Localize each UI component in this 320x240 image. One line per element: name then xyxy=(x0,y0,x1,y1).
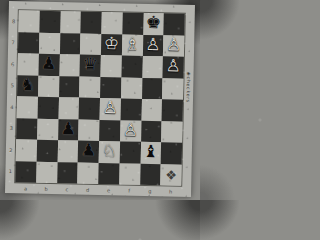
rank-label-3: 3 xyxy=(6,118,16,140)
square-g7[interactable]: ♙ xyxy=(142,34,163,56)
rank-label-6: 6 xyxy=(7,53,17,75)
rank-label-2: 2 xyxy=(6,139,16,161)
square-f2[interactable] xyxy=(119,141,140,163)
file-label-h: h xyxy=(160,186,181,196)
piece-black-king[interactable]: ♚ xyxy=(146,14,162,31)
square-f6[interactable] xyxy=(121,55,142,77)
square-h2[interactable] xyxy=(161,142,182,164)
square-e6[interactable] xyxy=(100,55,121,77)
square-a7[interactable] xyxy=(18,32,39,54)
square-b8[interactable] xyxy=(39,11,60,33)
square-f1[interactable] xyxy=(119,163,140,185)
square-d1[interactable] xyxy=(77,162,98,184)
chess-board: ♚♔♗♙♙♟♛♙♞♙♟♙♟♘♝❖ abcdefgh 87654321 ◉chec… xyxy=(5,1,195,197)
piece-white-knight[interactable]: ♘ xyxy=(101,142,117,159)
square-h3[interactable] xyxy=(161,121,182,143)
square-h1[interactable]: ❖ xyxy=(160,164,181,186)
piece-black-pawn[interactable]: ♟ xyxy=(60,120,76,137)
square-b5[interactable] xyxy=(38,75,59,97)
square-g2[interactable]: ♝ xyxy=(140,142,161,164)
file-label-d: d xyxy=(77,185,98,195)
square-d4[interactable] xyxy=(79,98,100,120)
square-d2[interactable]: ♟ xyxy=(78,141,99,163)
square-e4[interactable]: ♙ xyxy=(100,98,121,120)
square-g6[interactable] xyxy=(142,56,163,78)
square-c8[interactable] xyxy=(60,11,81,33)
square-a6[interactable] xyxy=(17,53,38,75)
piece-white-pawn[interactable]: ♙ xyxy=(145,36,161,53)
square-b2[interactable] xyxy=(36,140,57,162)
square-d5[interactable] xyxy=(79,76,100,98)
board-brand-text: ◉checkers xyxy=(183,57,194,117)
square-f4[interactable] xyxy=(120,98,141,120)
file-label-e: e xyxy=(98,185,119,195)
square-c6[interactable] xyxy=(59,54,80,76)
board-grid: ♚♔♗♙♙♟♛♙♞♙♟♙♟♘♝❖ xyxy=(15,10,185,185)
piece-black-pawn[interactable]: ♟ xyxy=(41,55,57,72)
square-c4[interactable] xyxy=(58,97,79,119)
square-g4[interactable] xyxy=(141,99,162,121)
piece-black-queen[interactable]: ♛ xyxy=(83,56,99,73)
file-label-g: g xyxy=(139,186,160,196)
photo-background: { "game": "chess", "scene": "overhead gr… xyxy=(0,0,200,200)
board-logo-ornament: ❖ xyxy=(165,167,177,182)
square-b7[interactable] xyxy=(39,32,60,54)
square-c1[interactable] xyxy=(57,162,78,184)
square-d3[interactable] xyxy=(78,119,99,141)
rank-label-8: 8 xyxy=(8,10,18,32)
square-a3[interactable] xyxy=(16,118,37,140)
file-label-b: b xyxy=(36,184,57,194)
file-label-a: a xyxy=(15,183,36,193)
square-h4[interactable] xyxy=(162,99,183,121)
square-h6[interactable]: ♙ xyxy=(163,56,184,78)
square-f8[interactable] xyxy=(122,12,143,34)
square-e5[interactable] xyxy=(100,77,121,99)
square-e8[interactable] xyxy=(101,12,122,34)
square-b3[interactable] xyxy=(37,118,58,140)
rank-label-7: 7 xyxy=(8,32,18,54)
square-a1[interactable] xyxy=(15,161,36,183)
file-label-c: c xyxy=(56,184,77,194)
square-d7[interactable] xyxy=(80,33,101,55)
square-c2[interactable] xyxy=(57,140,78,162)
square-d6[interactable]: ♛ xyxy=(80,55,101,77)
square-a4[interactable] xyxy=(17,96,38,118)
square-f5[interactable] xyxy=(121,77,142,99)
square-h8[interactable] xyxy=(164,13,185,35)
piece-white-pawn[interactable]: ♙ xyxy=(166,58,182,75)
square-c5[interactable] xyxy=(59,76,80,98)
square-h5[interactable] xyxy=(162,78,183,100)
file-label-f: f xyxy=(119,185,140,195)
square-b6[interactable]: ♟ xyxy=(38,54,59,76)
square-d8[interactable] xyxy=(81,12,102,34)
piece-white-pawn[interactable]: ♙ xyxy=(102,99,118,116)
square-g3[interactable] xyxy=(141,120,162,142)
rank-label-5: 5 xyxy=(7,75,17,97)
rank-label-4: 4 xyxy=(7,96,17,118)
square-f3[interactable]: ♙ xyxy=(120,120,141,142)
square-g5[interactable] xyxy=(142,77,163,99)
square-b4[interactable] xyxy=(37,97,58,119)
piece-black-pawn[interactable]: ♟ xyxy=(81,142,97,159)
piece-white-pawn[interactable]: ♙ xyxy=(166,36,182,53)
file-labels: abcdefgh xyxy=(15,183,181,196)
piece-black-knight[interactable]: ♞ xyxy=(20,76,36,93)
square-e3[interactable] xyxy=(99,119,120,141)
piece-white-pawn[interactable]: ♙ xyxy=(123,121,139,138)
rank-label-1: 1 xyxy=(5,161,15,183)
square-f7[interactable]: ♗ xyxy=(122,34,143,56)
square-g1[interactable] xyxy=(140,163,161,185)
square-a5[interactable]: ♞ xyxy=(17,75,38,97)
square-c7[interactable] xyxy=(59,33,80,55)
piece-black-bishop[interactable]: ♝ xyxy=(143,143,159,160)
square-a2[interactable] xyxy=(16,139,37,161)
square-c3[interactable]: ♟ xyxy=(58,119,79,141)
square-e2[interactable]: ♘ xyxy=(99,141,120,163)
square-b1[interactable] xyxy=(36,161,57,183)
piece-white-bishop[interactable]: ♗ xyxy=(124,35,140,52)
square-h7[interactable]: ♙ xyxy=(163,35,184,57)
square-e1[interactable] xyxy=(98,162,119,184)
square-a8[interactable] xyxy=(18,10,39,32)
square-g8[interactable]: ♚ xyxy=(143,13,164,35)
piece-white-king[interactable]: ♔ xyxy=(104,35,120,52)
square-e7[interactable]: ♔ xyxy=(101,34,122,56)
